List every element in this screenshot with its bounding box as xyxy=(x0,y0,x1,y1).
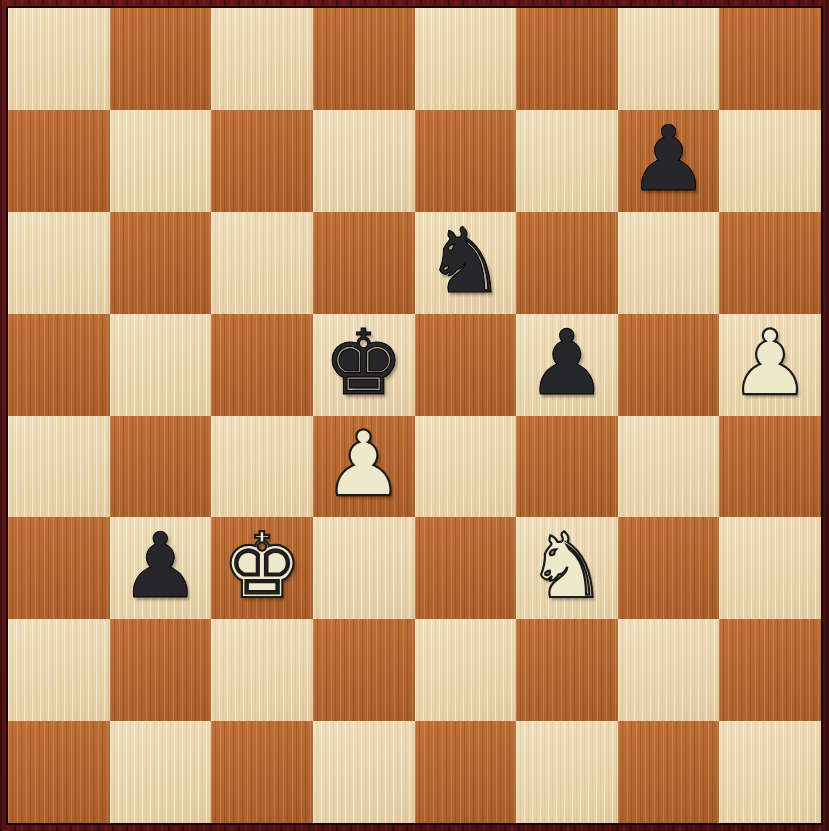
square-h6[interactable] xyxy=(719,212,821,314)
square-e5[interactable] xyxy=(415,314,517,416)
piece-black-knight[interactable]: ♞ xyxy=(425,216,506,306)
square-g3[interactable] xyxy=(618,517,720,619)
square-f4[interactable] xyxy=(516,416,618,518)
board-frame: ♟♞♚♟♟♟♟♚♞ xyxy=(0,0,829,831)
square-c6[interactable] xyxy=(211,212,313,314)
square-g4[interactable] xyxy=(618,416,720,518)
square-a4[interactable] xyxy=(8,416,110,518)
square-e3[interactable] xyxy=(415,517,517,619)
square-f5[interactable]: ♟ xyxy=(516,314,618,416)
square-f8[interactable] xyxy=(516,8,618,110)
piece-black-pawn[interactable]: ♟ xyxy=(527,318,608,408)
square-d7[interactable] xyxy=(313,110,415,212)
piece-black-pawn[interactable]: ♟ xyxy=(120,521,201,611)
square-d8[interactable] xyxy=(313,8,415,110)
square-f3[interactable]: ♞ xyxy=(516,517,618,619)
piece-black-pawn[interactable]: ♟ xyxy=(628,114,709,204)
square-h8[interactable] xyxy=(719,8,821,110)
piece-white-king[interactable]: ♚ xyxy=(222,521,303,611)
square-g1[interactable] xyxy=(618,721,720,823)
square-c5[interactable] xyxy=(211,314,313,416)
square-c3[interactable]: ♚ xyxy=(211,517,313,619)
chess-board: ♟♞♚♟♟♟♟♚♞ xyxy=(8,8,821,823)
piece-white-pawn[interactable]: ♟ xyxy=(730,318,811,408)
square-d1[interactable] xyxy=(313,721,415,823)
square-h3[interactable] xyxy=(719,517,821,619)
piece-white-pawn[interactable]: ♟ xyxy=(323,419,404,509)
square-e6[interactable]: ♞ xyxy=(415,212,517,314)
square-h1[interactable] xyxy=(719,721,821,823)
square-c2[interactable] xyxy=(211,619,313,721)
square-g2[interactable] xyxy=(618,619,720,721)
square-e8[interactable] xyxy=(415,8,517,110)
square-b5[interactable] xyxy=(110,314,212,416)
square-e4[interactable] xyxy=(415,416,517,518)
piece-white-knight[interactable]: ♞ xyxy=(527,521,608,611)
square-b4[interactable] xyxy=(110,416,212,518)
square-c1[interactable] xyxy=(211,721,313,823)
square-b2[interactable] xyxy=(110,619,212,721)
square-a6[interactable] xyxy=(8,212,110,314)
square-d6[interactable] xyxy=(313,212,415,314)
square-a1[interactable] xyxy=(8,721,110,823)
square-c7[interactable] xyxy=(211,110,313,212)
square-a3[interactable] xyxy=(8,517,110,619)
square-g8[interactable] xyxy=(618,8,720,110)
square-h4[interactable] xyxy=(719,416,821,518)
square-c8[interactable] xyxy=(211,8,313,110)
square-d4[interactable]: ♟ xyxy=(313,416,415,518)
square-g5[interactable] xyxy=(618,314,720,416)
square-f7[interactable] xyxy=(516,110,618,212)
square-a7[interactable] xyxy=(8,110,110,212)
square-a8[interactable] xyxy=(8,8,110,110)
square-d5[interactable]: ♚ xyxy=(313,314,415,416)
square-h2[interactable] xyxy=(719,619,821,721)
square-d2[interactable] xyxy=(313,619,415,721)
square-b6[interactable] xyxy=(110,212,212,314)
square-a5[interactable] xyxy=(8,314,110,416)
square-h7[interactable] xyxy=(719,110,821,212)
square-h5[interactable]: ♟ xyxy=(719,314,821,416)
square-f2[interactable] xyxy=(516,619,618,721)
square-c4[interactable] xyxy=(211,416,313,518)
square-b3[interactable]: ♟ xyxy=(110,517,212,619)
square-f6[interactable] xyxy=(516,212,618,314)
square-d3[interactable] xyxy=(313,517,415,619)
piece-black-king[interactable]: ♚ xyxy=(323,318,404,408)
square-g7[interactable]: ♟ xyxy=(618,110,720,212)
square-b7[interactable] xyxy=(110,110,212,212)
square-e2[interactable] xyxy=(415,619,517,721)
square-b1[interactable] xyxy=(110,721,212,823)
square-e7[interactable] xyxy=(415,110,517,212)
square-g6[interactable] xyxy=(618,212,720,314)
square-f1[interactable] xyxy=(516,721,618,823)
square-a2[interactable] xyxy=(8,619,110,721)
square-e1[interactable] xyxy=(415,721,517,823)
square-b8[interactable] xyxy=(110,8,212,110)
